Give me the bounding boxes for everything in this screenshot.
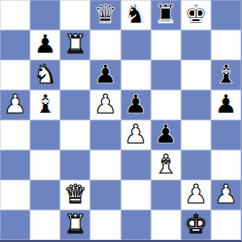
square-g4[interactable]: [181, 120, 211, 150]
square-d1[interactable]: [90, 210, 120, 240]
square-d7[interactable]: [90, 30, 120, 60]
square-a4[interactable]: [0, 120, 30, 150]
square-g1[interactable]: ♚: [181, 210, 211, 240]
square-d5[interactable]: ♟: [90, 90, 120, 120]
square-g7[interactable]: [181, 30, 211, 60]
square-a8[interactable]: [0, 0, 30, 30]
square-c1[interactable]: ♜: [60, 210, 90, 240]
square-h8[interactable]: [211, 0, 241, 30]
piece-white-pawn[interactable]: ♟: [3, 91, 26, 117]
piece-black-rook[interactable]: ♜: [154, 1, 177, 27]
piece-black-pawn[interactable]: ♟: [34, 31, 57, 57]
square-e1[interactable]: [121, 210, 151, 240]
square-f4[interactable]: ♟: [151, 120, 181, 150]
square-e3[interactable]: [121, 150, 151, 180]
square-h2[interactable]: ♟: [211, 180, 241, 210]
square-h3[interactable]: [211, 150, 241, 180]
square-g3[interactable]: [181, 150, 211, 180]
square-a6[interactable]: [0, 60, 30, 90]
piece-white-pawn[interactable]: ♟: [124, 121, 147, 147]
piece-white-knight[interactable]: ♞: [34, 61, 57, 87]
chess-board: ♛♞♜♚♟♜♞♟♝♟♝♟♟♟♟♟♝♛♟♟♜♚: [0, 0, 242, 242]
square-c8[interactable]: [60, 0, 90, 30]
square-a1[interactable]: [0, 210, 30, 240]
square-h1[interactable]: [211, 210, 241, 240]
square-g5[interactable]: [181, 90, 211, 120]
piece-black-pawn[interactable]: ♟: [124, 91, 147, 117]
piece-black-pawn[interactable]: ♟: [94, 61, 117, 87]
piece-black-knight[interactable]: ♞: [124, 1, 147, 27]
square-e6[interactable]: [121, 60, 151, 90]
square-a3[interactable]: [0, 150, 30, 180]
square-b5[interactable]: ♝: [30, 90, 60, 120]
square-a2[interactable]: [0, 180, 30, 210]
square-b1[interactable]: [30, 210, 60, 240]
square-f6[interactable]: [151, 60, 181, 90]
piece-white-bishop[interactable]: ♝: [154, 151, 177, 177]
square-c7[interactable]: ♜: [60, 30, 90, 60]
square-e5[interactable]: ♟: [121, 90, 151, 120]
square-e7[interactable]: [121, 30, 151, 60]
square-d8[interactable]: ♛: [90, 0, 120, 30]
square-a7[interactable]: [0, 30, 30, 60]
piece-white-pawn[interactable]: ♟: [214, 181, 237, 207]
square-c5[interactable]: [60, 90, 90, 120]
square-f7[interactable]: [151, 30, 181, 60]
square-b2[interactable]: [30, 180, 60, 210]
piece-white-rook[interactable]: ♜: [64, 31, 87, 57]
square-g2[interactable]: ♟: [181, 180, 211, 210]
square-c2[interactable]: ♛: [60, 180, 90, 210]
square-d6[interactable]: ♟: [90, 60, 120, 90]
square-d3[interactable]: [90, 150, 120, 180]
square-h5[interactable]: ♟: [211, 90, 241, 120]
piece-white-king[interactable]: ♚: [184, 211, 207, 237]
piece-black-pawn[interactable]: ♟: [214, 91, 237, 117]
square-e8[interactable]: ♞: [121, 0, 151, 30]
square-e4[interactable]: ♟: [121, 120, 151, 150]
piece-white-pawn[interactable]: ♟: [184, 181, 207, 207]
square-b8[interactable]: [30, 0, 60, 30]
square-a5[interactable]: ♟: [0, 90, 30, 120]
square-b7[interactable]: ♟: [30, 30, 60, 60]
square-f8[interactable]: ♜: [151, 0, 181, 30]
square-h7[interactable]: [211, 30, 241, 60]
square-f5[interactable]: [151, 90, 181, 120]
square-h6[interactable]: ♝: [211, 60, 241, 90]
piece-black-bishop[interactable]: ♝: [34, 91, 57, 117]
piece-black-bishop[interactable]: ♝: [214, 61, 237, 87]
square-b6[interactable]: ♞: [30, 60, 60, 90]
square-b4[interactable]: [30, 120, 60, 150]
piece-white-pawn[interactable]: ♟: [94, 91, 117, 117]
square-c4[interactable]: [60, 120, 90, 150]
piece-white-queen[interactable]: ♛: [64, 181, 87, 207]
piece-black-queen[interactable]: ♛: [94, 1, 117, 27]
square-h4[interactable]: [211, 120, 241, 150]
square-c3[interactable]: [60, 150, 90, 180]
square-e2[interactable]: [121, 180, 151, 210]
square-g8[interactable]: ♚: [181, 0, 211, 30]
square-f3[interactable]: ♝: [151, 150, 181, 180]
square-f2[interactable]: [151, 180, 181, 210]
square-g6[interactable]: [181, 60, 211, 90]
square-f1[interactable]: [151, 210, 181, 240]
square-c6[interactable]: [60, 60, 90, 90]
piece-black-king[interactable]: ♚: [184, 1, 207, 27]
piece-white-rook[interactable]: ♜: [64, 211, 87, 237]
piece-black-pawn[interactable]: ♟: [154, 121, 177, 147]
square-d2[interactable]: [90, 180, 120, 210]
square-d4[interactable]: [90, 120, 120, 150]
square-b3[interactable]: [30, 150, 60, 180]
